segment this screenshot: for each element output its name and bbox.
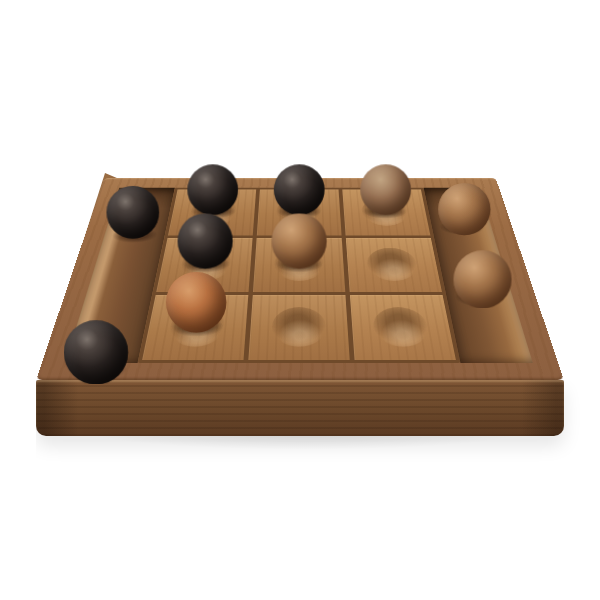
grid-cell[interactable]: ● [253,238,345,292]
cell-dimple [372,307,432,347]
piece-ball-natural-wood[interactable]: ● [166,272,226,332]
piece-ball-black[interactable]: ● [274,164,325,215]
grid-cell[interactable]: ● [342,189,430,235]
piece-ball-natural-wood[interactable]: ● [454,250,512,308]
piece-ball-natural-wood[interactable]: ● [438,183,490,235]
grid-cell[interactable] [350,295,456,360]
piece-ball-black[interactable]: ● [107,186,160,239]
wooden-tray-board: ● ● ● ● ● ● ● ● ● ● [36,178,564,380]
piece-ball-black[interactable]: ● [178,213,233,268]
grid-cell[interactable] [346,238,442,292]
piece-ball-natural-wood[interactable]: ● [360,164,411,215]
piece-ball-black[interactable]: ● [64,320,128,384]
tictactoe-grid: ● ● ● ● ● ● [138,188,461,363]
tray-front-face [36,380,564,436]
grid-cell[interactable]: ● [142,295,248,360]
cell-dimple [271,307,327,347]
piece-ball-black[interactable]: ● [187,164,238,215]
piece-ball-natural-wood[interactable]: ● [272,213,327,268]
board-photo-scene: ● ● ● ● ● ● ● ● ● ● [0,0,600,600]
grid-cell[interactable] [248,295,349,360]
cell-dimple [366,248,420,281]
